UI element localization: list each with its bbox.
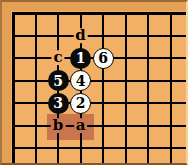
point-label-b[interactable]: b: [51, 118, 66, 133]
grid-line-h-4: [12, 80, 187, 82]
grid-line-h-6: [12, 125, 187, 127]
stone-white-2[interactable]: 2: [70, 93, 91, 114]
stone-black-1[interactable]: 1: [70, 48, 91, 69]
stone-black-3[interactable]: 3: [48, 93, 69, 114]
stone-white-4[interactable]: 4: [70, 70, 91, 91]
grid-line-h-2: [12, 35, 187, 37]
grid-line-h-7: [12, 147, 187, 149]
point-label-a[interactable]: a: [74, 118, 88, 133]
point-label-d[interactable]: d: [73, 28, 88, 43]
stone-black-5[interactable]: 5: [48, 70, 69, 91]
point-label-c[interactable]: c: [51, 50, 64, 65]
stone-white-6[interactable]: 6: [93, 48, 114, 69]
go-board-diagram: 123456abcd: [0, 0, 188, 165]
grid-line-h-5: [12, 102, 187, 104]
grid-line-h-1: [12, 12, 187, 15]
